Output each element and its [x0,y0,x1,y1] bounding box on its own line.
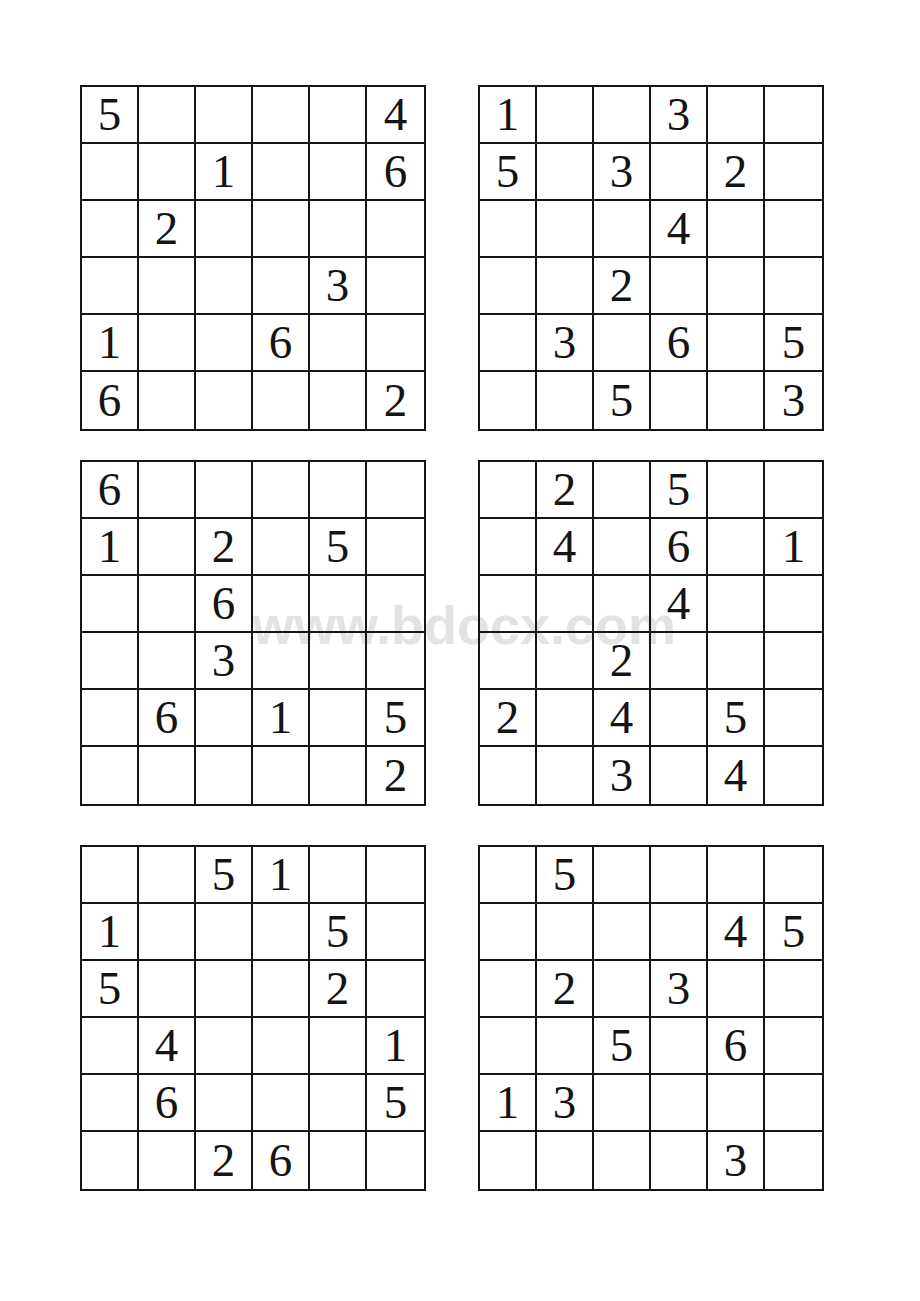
sudoku-cell-p2-r4c5 [708,258,765,315]
sudoku-cell-p6-r4c2 [537,1018,594,1075]
sudoku-cell-p2-r1c1: 1 [480,87,537,144]
sudoku-cell-p2-r4c1 [480,258,537,315]
sudoku-cell-p2-r3c4: 4 [651,201,708,258]
sudoku-cell-p3-r1c6 [367,462,424,519]
sudoku-cell-p6-r5c3 [594,1075,651,1132]
sudoku-cell-p5-r6c4: 6 [253,1132,310,1189]
sudoku-cell-p1-r6c4 [253,372,310,429]
sudoku-cell-p5-r6c3: 2 [196,1132,253,1189]
sudoku-cell-p1-r3c6 [367,201,424,258]
sudoku-cell-p2-r2c1: 5 [480,144,537,201]
sudoku-cell-p2-r2c6 [765,144,822,201]
sudoku-cell-p1-r3c4 [253,201,310,258]
sudoku-cell-p6-r1c1 [480,847,537,904]
sudoku-cell-p5-r3c2 [139,961,196,1018]
sudoku-cell-p3-r5c5 [310,690,367,747]
sudoku-cell-p4-r4c4 [651,633,708,690]
sudoku-cell-p4-r2c4: 6 [651,519,708,576]
sudoku-cell-p3-r1c3 [196,462,253,519]
sudoku-cell-p4-r1c5 [708,462,765,519]
sudoku-board-1: 5416231662 [80,85,426,431]
sudoku-cell-p4-r3c4: 4 [651,576,708,633]
sudoku-cell-p5-r4c1 [82,1018,139,1075]
sudoku-cell-p2-r6c1 [480,372,537,429]
sudoku-cell-p2-r3c6 [765,201,822,258]
sudoku-cell-p2-r2c5: 2 [708,144,765,201]
sudoku-cell-p1-r5c6 [367,315,424,372]
sudoku-cell-p2-r5c2: 3 [537,315,594,372]
sudoku-board-5: 511552416526 [80,845,426,1191]
sudoku-cell-p3-r6c5 [310,747,367,804]
sudoku-cell-p4-r1c2: 2 [537,462,594,519]
sudoku-cell-p4-r6c3: 3 [594,747,651,804]
sudoku-cell-p4-r4c3: 2 [594,633,651,690]
sudoku-cell-p6-r5c4 [651,1075,708,1132]
sudoku-cell-p6-r2c6: 5 [765,904,822,961]
sudoku-cell-p4-r3c1 [480,576,537,633]
sudoku-cell-p5-r2c4 [253,904,310,961]
sudoku-cell-p6-r3c1 [480,961,537,1018]
sudoku-cell-p3-r3c1 [82,576,139,633]
sudoku-cell-p6-r2c2 [537,904,594,961]
sudoku-cell-p3-r5c6: 5 [367,690,424,747]
sudoku-cell-p3-r3c6 [367,576,424,633]
sudoku-cell-p6-r2c3 [594,904,651,961]
sudoku-cell-p1-r2c6: 6 [367,144,424,201]
sudoku-cell-p1-r5c1: 1 [82,315,139,372]
sudoku-cell-p3-r6c4 [253,747,310,804]
sudoku-cell-p4-r4c2 [537,633,594,690]
sudoku-worksheet-page: www.bdocx.com 5416231662 135324236553 61… [0,0,920,1301]
sudoku-cell-p6-r2c5: 4 [708,904,765,961]
sudoku-cell-p4-r1c4: 5 [651,462,708,519]
sudoku-cell-p4-r4c1 [480,633,537,690]
sudoku-cell-p6-r6c4 [651,1132,708,1189]
sudoku-cell-p2-r3c1 [480,201,537,258]
sudoku-cell-p5-r1c4: 1 [253,847,310,904]
sudoku-cell-p3-r1c2 [139,462,196,519]
sudoku-board-6: 5452356133 [478,845,824,1191]
sudoku-cell-p4-r5c6 [765,690,822,747]
sudoku-cell-p5-r2c2 [139,904,196,961]
sudoku-cell-p4-r2c2: 4 [537,519,594,576]
sudoku-cell-p2-r3c3 [594,201,651,258]
sudoku-cell-p1-r4c4 [253,258,310,315]
sudoku-cell-p3-r6c3 [196,747,253,804]
sudoku-cell-p5-r3c6 [367,961,424,1018]
sudoku-cell-p5-r4c3 [196,1018,253,1075]
sudoku-cell-p3-r4c2 [139,633,196,690]
sudoku-cell-p4-r6c6 [765,747,822,804]
sudoku-cell-p3-r3c2 [139,576,196,633]
sudoku-cell-p4-r6c2 [537,747,594,804]
sudoku-cell-p5-r5c6: 5 [367,1075,424,1132]
sudoku-cell-p5-r6c1 [82,1132,139,1189]
sudoku-cell-p1-r2c2 [139,144,196,201]
sudoku-cell-p2-r2c3: 3 [594,144,651,201]
sudoku-cell-p4-r6c4 [651,747,708,804]
sudoku-cell-p5-r5c1 [82,1075,139,1132]
sudoku-cell-p3-r6c6: 2 [367,747,424,804]
sudoku-cell-p5-r2c3 [196,904,253,961]
sudoku-cell-p6-r5c6 [765,1075,822,1132]
sudoku-cell-p2-r1c3 [594,87,651,144]
sudoku-cell-p1-r5c5 [310,315,367,372]
sudoku-cell-p2-r5c6: 5 [765,315,822,372]
sudoku-cell-p4-r5c3: 4 [594,690,651,747]
sudoku-cell-p4-r3c2 [537,576,594,633]
sudoku-cell-p1-r1c2 [139,87,196,144]
sudoku-cell-p4-r1c6 [765,462,822,519]
sudoku-cell-p3-r3c3: 6 [196,576,253,633]
sudoku-cell-p3-r3c5 [310,576,367,633]
sudoku-cell-p6-r3c6 [765,961,822,1018]
sudoku-cell-p2-r5c5 [708,315,765,372]
sudoku-cell-p2-r3c5 [708,201,765,258]
sudoku-cell-p1-r4c3 [196,258,253,315]
sudoku-cell-p1-r4c5: 3 [310,258,367,315]
sudoku-cell-p2-r1c2 [537,87,594,144]
sudoku-cell-p5-r1c5 [310,847,367,904]
sudoku-cell-p4-r5c1: 2 [480,690,537,747]
sudoku-cell-p5-r1c6 [367,847,424,904]
sudoku-cell-p6-r5c2: 3 [537,1075,594,1132]
sudoku-cell-p6-r4c4 [651,1018,708,1075]
sudoku-cell-p3-r2c4 [253,519,310,576]
sudoku-cell-p3-r4c5 [310,633,367,690]
sudoku-cell-p3-r4c3: 3 [196,633,253,690]
sudoku-cell-p2-r4c4 [651,258,708,315]
sudoku-cell-p2-r2c2 [537,144,594,201]
sudoku-cell-p3-r5c4: 1 [253,690,310,747]
sudoku-cell-p1-r6c3 [196,372,253,429]
sudoku-cell-p1-r5c2 [139,315,196,372]
sudoku-cell-p2-r6c2 [537,372,594,429]
sudoku-cell-p1-r2c3: 1 [196,144,253,201]
sudoku-board-3: 6125636152 [80,460,426,806]
sudoku-cell-p6-r3c4: 3 [651,961,708,1018]
sudoku-cell-p6-r4c6 [765,1018,822,1075]
sudoku-cell-p3-r5c2: 6 [139,690,196,747]
sudoku-cell-p3-r1c1: 6 [82,462,139,519]
sudoku-cell-p1-r4c2 [139,258,196,315]
sudoku-cell-p3-r5c1 [82,690,139,747]
sudoku-cell-p1-r6c5 [310,372,367,429]
sudoku-cell-p1-r2c5 [310,144,367,201]
sudoku-cell-p3-r2c5: 5 [310,519,367,576]
sudoku-cell-p4-r6c5: 4 [708,747,765,804]
sudoku-cell-p6-r1c4 [651,847,708,904]
sudoku-cell-p5-r1c1 [82,847,139,904]
sudoku-cell-p3-r4c6 [367,633,424,690]
sudoku-cell-p3-r2c2 [139,519,196,576]
sudoku-cell-p2-r6c3: 5 [594,372,651,429]
sudoku-cell-p6-r3c5 [708,961,765,1018]
sudoku-cell-p5-r6c2 [139,1132,196,1189]
sudoku-cell-p6-r6c3 [594,1132,651,1189]
sudoku-cell-p3-r2c6 [367,519,424,576]
sudoku-cell-p3-r4c4 [253,633,310,690]
sudoku-cell-p1-r1c3 [196,87,253,144]
sudoku-cell-p4-r3c5 [708,576,765,633]
sudoku-cell-p2-r3c2 [537,201,594,258]
sudoku-cell-p2-r5c3 [594,315,651,372]
sudoku-cell-p5-r4c4 [253,1018,310,1075]
sudoku-cell-p4-r2c3 [594,519,651,576]
sudoku-cell-p1-r1c6: 4 [367,87,424,144]
sudoku-cell-p5-r1c2 [139,847,196,904]
sudoku-cell-p1-r1c5 [310,87,367,144]
sudoku-cell-p6-r1c3 [594,847,651,904]
sudoku-cell-p3-r6c2 [139,747,196,804]
sudoku-cell-p4-r2c1 [480,519,537,576]
sudoku-cell-p1-r6c6: 2 [367,372,424,429]
sudoku-cell-p1-r1c4 [253,87,310,144]
sudoku-cell-p1-r4c1 [82,258,139,315]
sudoku-cell-p2-r6c4 [651,372,708,429]
sudoku-cell-p1-r5c4: 6 [253,315,310,372]
sudoku-cell-p6-r5c1: 1 [480,1075,537,1132]
sudoku-cell-p5-r5c2: 6 [139,1075,196,1132]
sudoku-cell-p1-r3c5 [310,201,367,258]
sudoku-cell-p1-r3c1 [82,201,139,258]
sudoku-cell-p4-r5c2 [537,690,594,747]
sudoku-cell-p2-r4c6 [765,258,822,315]
sudoku-cell-p5-r4c2: 4 [139,1018,196,1075]
sudoku-cell-p4-r3c3 [594,576,651,633]
sudoku-cell-p6-r1c5 [708,847,765,904]
sudoku-cell-p6-r4c5: 6 [708,1018,765,1075]
sudoku-cell-p2-r4c3: 2 [594,258,651,315]
sudoku-cell-p1-r3c3 [196,201,253,258]
sudoku-cell-p3-r5c3 [196,690,253,747]
sudoku-cell-p5-r2c5: 5 [310,904,367,961]
sudoku-cell-p6-r6c1 [480,1132,537,1189]
sudoku-cell-p2-r4c2 [537,258,594,315]
sudoku-cell-p4-r4c6 [765,633,822,690]
sudoku-cell-p6-r2c4 [651,904,708,961]
sudoku-cell-p2-r2c4 [651,144,708,201]
sudoku-cell-p4-r3c6 [765,576,822,633]
sudoku-cell-p3-r4c1 [82,633,139,690]
sudoku-cell-p6-r3c3 [594,961,651,1018]
sudoku-cell-p6-r3c2: 2 [537,961,594,1018]
sudoku-board-4: 254614224534 [478,460,824,806]
sudoku-cell-p5-r1c3: 5 [196,847,253,904]
sudoku-cell-p2-r1c6 [765,87,822,144]
sudoku-cell-p5-r2c1: 1 [82,904,139,961]
sudoku-cell-p4-r2c6: 1 [765,519,822,576]
sudoku-cell-p4-r4c5 [708,633,765,690]
sudoku-cell-p2-r5c4: 6 [651,315,708,372]
sudoku-cell-p6-r6c5: 3 [708,1132,765,1189]
sudoku-cell-p2-r6c6: 3 [765,372,822,429]
sudoku-cell-p2-r1c4: 3 [651,87,708,144]
sudoku-cell-p5-r5c3 [196,1075,253,1132]
sudoku-cell-p5-r3c1: 5 [82,961,139,1018]
sudoku-cell-p3-r3c4 [253,576,310,633]
sudoku-cell-p4-r5c4 [651,690,708,747]
sudoku-cell-p5-r6c6 [367,1132,424,1189]
sudoku-cell-p5-r2c6 [367,904,424,961]
sudoku-cell-p5-r5c5 [310,1075,367,1132]
sudoku-cell-p6-r1c6 [765,847,822,904]
sudoku-cell-p5-r3c4 [253,961,310,1018]
sudoku-cell-p3-r2c3: 2 [196,519,253,576]
sudoku-cell-p5-r6c5 [310,1132,367,1189]
sudoku-cell-p3-r1c4 [253,462,310,519]
sudoku-cell-p2-r6c5 [708,372,765,429]
sudoku-cell-p1-r6c1: 6 [82,372,139,429]
sudoku-cell-p1-r4c6 [367,258,424,315]
sudoku-cell-p1-r6c2 [139,372,196,429]
sudoku-cell-p1-r2c1 [82,144,139,201]
sudoku-cell-p4-r2c5 [708,519,765,576]
sudoku-cell-p6-r6c2 [537,1132,594,1189]
sudoku-board-2: 135324236553 [478,85,824,431]
sudoku-cell-p6-r4c3: 5 [594,1018,651,1075]
sudoku-cell-p6-r1c2: 5 [537,847,594,904]
sudoku-cell-p4-r5c5: 5 [708,690,765,747]
sudoku-cell-p1-r5c3 [196,315,253,372]
sudoku-cell-p5-r4c5 [310,1018,367,1075]
sudoku-cell-p4-r6c1 [480,747,537,804]
sudoku-cell-p6-r5c5 [708,1075,765,1132]
sudoku-cell-p2-r5c1 [480,315,537,372]
sudoku-cell-p1-r2c4 [253,144,310,201]
sudoku-cell-p5-r3c3 [196,961,253,1018]
sudoku-cell-p3-r1c5 [310,462,367,519]
sudoku-cell-p1-r3c2: 2 [139,201,196,258]
sudoku-cell-p3-r2c1: 1 [82,519,139,576]
sudoku-cell-p6-r4c1 [480,1018,537,1075]
sudoku-cell-p4-r1c3 [594,462,651,519]
sudoku-cell-p5-r3c5: 2 [310,961,367,1018]
sudoku-cell-p6-r6c6 [765,1132,822,1189]
sudoku-cell-p3-r6c1 [82,747,139,804]
sudoku-cell-p5-r4c6: 1 [367,1018,424,1075]
sudoku-cell-p4-r1c1 [480,462,537,519]
sudoku-cell-p6-r2c1 [480,904,537,961]
sudoku-cell-p5-r5c4 [253,1075,310,1132]
sudoku-cell-p1-r1c1: 5 [82,87,139,144]
sudoku-cell-p2-r1c5 [708,87,765,144]
